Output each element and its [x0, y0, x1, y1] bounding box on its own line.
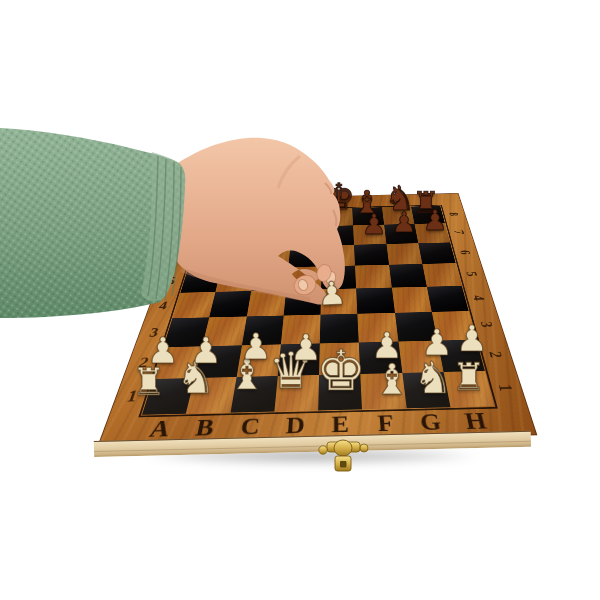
piece-black-pawn-f7: ♟	[361, 211, 386, 239]
piece-white-pawn-h2: ♟	[456, 321, 488, 357]
rank-label-right-5: 5	[452, 265, 491, 283]
piece-white-pawn-f2: ♟	[371, 328, 403, 364]
square-f4	[356, 288, 394, 314]
square-g5	[389, 264, 427, 288]
piece-white-rook-h1: ♜	[452, 358, 486, 396]
brass-clasp-icon	[315, 439, 373, 483]
rank-label-right-4: 4	[458, 288, 500, 307]
fingertips-grip	[292, 258, 348, 310]
piece-white-pawn-d2: ♟	[290, 330, 322, 366]
index-tip	[315, 263, 333, 283]
square-f5	[355, 265, 391, 289]
piece-white-pawn-g2: ♟	[421, 325, 453, 361]
piece-white-pawn-b2: ♟	[190, 333, 222, 369]
piece-white-king-e1: ♚	[316, 343, 366, 399]
piece-black-pawn-g7: ♟	[391, 209, 416, 237]
square-g4	[391, 287, 431, 313]
square-g6	[386, 243, 422, 265]
rank-label-right-1: 1	[480, 374, 530, 401]
photo-scene: ABCDEFGH 87654321 87654321 ♜♞♝♛♚♝♞♜♟♟♟♟♟…	[0, 0, 600, 600]
piece-black-pawn-h7: ♟	[422, 207, 447, 235]
rank-label-right-6: 6	[446, 244, 483, 260]
piece-white-pawn-a2: ♟	[147, 333, 179, 369]
piece-white-pawn-c2: ♟	[240, 329, 272, 365]
